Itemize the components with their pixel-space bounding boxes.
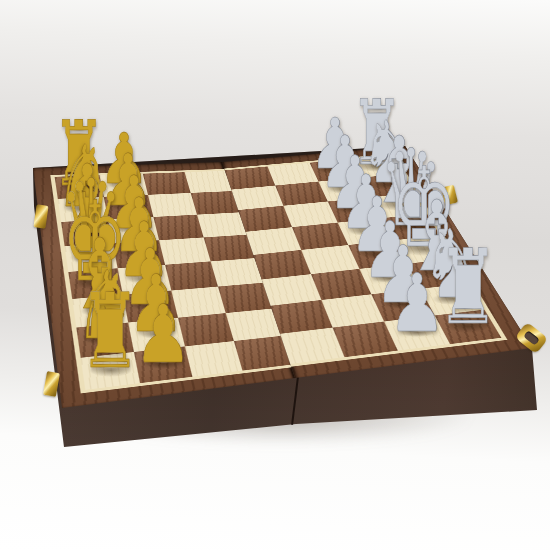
square-d4[interactable] — [204, 235, 255, 262]
brass-handle-hole — [523, 330, 540, 346]
piece-gold-pawn-h2[interactable]: ♟ — [134, 294, 192, 374]
chess-set-scene: ♜♞♝♛♚♝♞♜♟♟♟♟♟♟♟♟♟♟♟♟♟♟♟♟♜♞♝♛♚♝♞♜ — [0, 0, 550, 550]
square-b4[interactable] — [191, 191, 239, 215]
piece-gold-rook-h1[interactable]: ♜ — [80, 281, 141, 384]
square-h3[interactable] — [185, 341, 243, 377]
piece-silver-pawn-h7[interactable]: ♟ — [388, 263, 446, 343]
piece-silver-rook-h8[interactable]: ♜ — [437, 237, 498, 340]
square-a4[interactable] — [185, 171, 232, 193]
square-c4[interactable] — [197, 212, 247, 237]
